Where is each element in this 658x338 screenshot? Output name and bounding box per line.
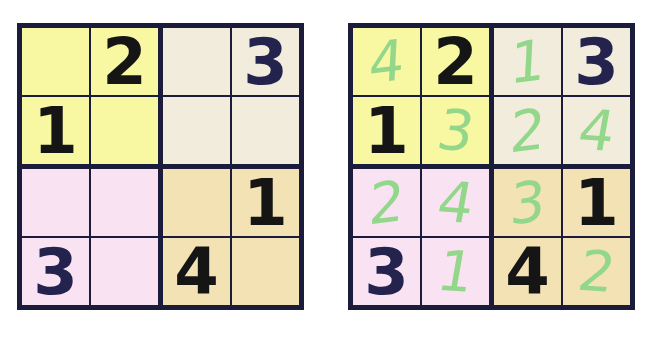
puzzle-cell-r1c4: 3 (232, 28, 299, 95)
pen-digit: 1 (508, 31, 546, 92)
given-digit: 2 (102, 30, 147, 94)
given-digit: 4 (505, 240, 550, 304)
puzzle-cell-r2c3 (163, 97, 230, 164)
puzzle-cell-r3c2 (91, 169, 158, 236)
pen-digit: 4 (574, 102, 619, 160)
puzzle-cell-r2c1: 1 (22, 97, 89, 164)
solution-box-4: 3142 (494, 169, 630, 305)
puzzle-cell-r1c1 (22, 28, 89, 95)
solution-cell-r3c3: 3 (494, 169, 561, 236)
given-digit: 3 (574, 30, 619, 94)
given-digit: 3 (364, 240, 409, 304)
puzzle-box-1: 21 (22, 28, 158, 164)
puzzle-cell-r3c1 (22, 169, 89, 236)
given-digit: 1 (243, 171, 288, 235)
puzzle-cell-r3c3 (163, 169, 230, 236)
pen-digit: 2 (508, 100, 546, 161)
solution-cell-r2c2: 3 (422, 97, 489, 164)
solution-cell-r1c2: 2 (422, 28, 489, 95)
given-digit: 1 (33, 99, 78, 163)
given-digit: 3 (243, 30, 288, 94)
solution-cell-r1c1: 4 (353, 28, 420, 95)
given-digit: 1 (364, 99, 409, 163)
pen-digit: 1 (433, 243, 478, 301)
puzzle-box-3: 3 (22, 169, 158, 305)
solution-cell-r4c1: 3 (353, 238, 420, 305)
solution-cell-r1c3: 1 (494, 28, 561, 95)
pen-digit: 4 (367, 31, 405, 92)
puzzle-cell-r4c2 (91, 238, 158, 305)
solution-cell-r1c4: 3 (563, 28, 630, 95)
solution-cell-r3c1: 2 (353, 169, 420, 236)
solution-cell-r4c2: 1 (422, 238, 489, 305)
solution-cell-r2c4: 4 (563, 97, 630, 164)
solution-cell-r3c4: 1 (563, 169, 630, 236)
sudoku-diagram: 213314 4213132424313142 (0, 0, 658, 338)
puzzle-cell-r1c2: 2 (91, 28, 158, 95)
pen-digit: 3 (508, 172, 546, 233)
pen-digit: 2 (367, 172, 405, 233)
puzzle-cell-r3c4: 1 (232, 169, 299, 236)
given-digit: 3 (33, 240, 78, 304)
solution-box-3: 2431 (353, 169, 489, 305)
puzzle-cell-r2c2 (91, 97, 158, 164)
puzzle-box-4: 14 (163, 169, 299, 305)
solution-box-1: 4213 (353, 28, 489, 164)
puzzle-cell-r4c4 (232, 238, 299, 305)
given-digit: 1 (574, 171, 619, 235)
given-digit: 2 (433, 30, 478, 94)
pen-digit: 3 (433, 102, 478, 160)
puzzle-board: 213314 (17, 23, 304, 310)
puzzle-cell-r2c4 (232, 97, 299, 164)
puzzle-cell-r4c3: 4 (163, 238, 230, 305)
solution-cell-r4c3: 4 (494, 238, 561, 305)
solution-cell-r2c3: 2 (494, 97, 561, 164)
solution-box-2: 1324 (494, 28, 630, 164)
solution-board: 4213132424313142 (348, 23, 635, 310)
pen-digit: 2 (574, 243, 619, 301)
solution-cell-r2c1: 1 (353, 97, 420, 164)
solution-cell-r4c4: 2 (563, 238, 630, 305)
pen-digit: 4 (433, 174, 478, 232)
given-digit: 4 (174, 240, 219, 304)
puzzle-cell-r1c3 (163, 28, 230, 95)
puzzle-box-2: 3 (163, 28, 299, 164)
puzzle-cell-r4c1: 3 (22, 238, 89, 305)
solution-cell-r3c2: 4 (422, 169, 489, 236)
